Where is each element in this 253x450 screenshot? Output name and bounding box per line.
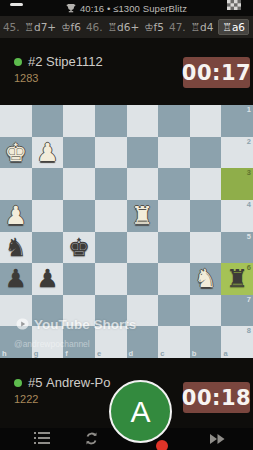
move-token[interactable]: ♔f5 (144, 21, 164, 33)
square-d5[interactable] (127, 232, 159, 264)
square-f4[interactable] (63, 200, 95, 232)
square-f1[interactable] (63, 105, 95, 137)
square-b6[interactable]: ♞ (190, 263, 222, 295)
square-h5[interactable]: ♞ (0, 232, 32, 264)
online-indicator (14, 379, 22, 387)
rank-label: 5 (247, 233, 251, 241)
file-label: b (192, 350, 197, 358)
bottom-player-rating: 1222 (14, 393, 38, 405)
player-seed-and-name: #2 Stipe1112 (28, 54, 103, 69)
square-d4[interactable]: ♜ (127, 200, 159, 232)
white-pawn: ♟ (5, 203, 27, 228)
square-c8[interactable]: c (158, 326, 190, 358)
black-king: ♚ (68, 235, 90, 260)
square-h3[interactable] (0, 168, 32, 200)
square-h6[interactable]: ♟ (0, 263, 32, 295)
square-d1[interactable] (127, 105, 159, 137)
move-token[interactable]: ♖d6+ (108, 21, 140, 33)
square-b2[interactable] (190, 137, 222, 169)
file-label: g (34, 350, 39, 358)
rank-label: 1 (247, 106, 251, 114)
youtube-shorts-icon (16, 316, 29, 332)
square-b7[interactable] (190, 295, 222, 327)
rank-label: 4 (247, 201, 251, 209)
square-e6[interactable] (95, 263, 127, 295)
square-f5[interactable]: ♚ (63, 232, 95, 264)
square-d3[interactable] (127, 168, 159, 200)
square-h1[interactable] (0, 105, 32, 137)
square-g6[interactable]: ♟ (32, 263, 64, 295)
rank-label: 7 (247, 296, 251, 304)
watermark-text: YouTube Shorts (34, 317, 136, 332)
top-player-rating: 1283 (14, 72, 38, 84)
channel-handle: @andrewpochannel (14, 339, 90, 349)
file-label: d (129, 350, 134, 358)
app-screen: 40:16 • ≤1300 SuperBlitz ♖a344.♖d8+♔e745… (0, 0, 253, 450)
fast-forward-icon[interactable] (210, 434, 225, 444)
square-h4[interactable]: ♟ (0, 200, 32, 232)
square-a8[interactable]: 8a (221, 326, 253, 358)
square-b5[interactable] (190, 232, 222, 264)
rank-label: 2 (247, 138, 251, 146)
online-indicator (14, 58, 22, 66)
rank-label: 8 (247, 327, 251, 335)
square-f2[interactable] (63, 137, 95, 169)
square-h2[interactable]: ♚ (0, 137, 32, 169)
bottom-player-name[interactable]: #5 Andrew-Po (14, 375, 110, 390)
square-f3[interactable] (63, 168, 95, 200)
bottom-player-clock: 00:18 (183, 382, 250, 413)
rank-label: 3 (247, 169, 251, 177)
white-knight: ♞ (194, 266, 216, 291)
square-c3[interactable] (158, 168, 190, 200)
player-seed-and-name: #5 Andrew-Po (28, 375, 110, 390)
white-rook: ♜ (131, 203, 153, 228)
flip-board-icon[interactable] (84, 431, 99, 446)
current-move[interactable]: ♖a6 (218, 19, 249, 35)
trophy-icon (66, 3, 76, 13)
square-b3[interactable] (190, 168, 222, 200)
move-list-icon[interactable] (34, 431, 50, 445)
avatar-letter: A (130, 397, 150, 427)
square-c6[interactable] (158, 263, 190, 295)
move-token[interactable]: 45. (3, 21, 20, 33)
top-player-name[interactable]: #2 Stipe1112 (14, 54, 103, 69)
file-label: e (97, 350, 101, 358)
square-a4[interactable]: 4 (221, 200, 253, 232)
square-b8[interactable]: b (190, 326, 222, 358)
square-c5[interactable] (158, 232, 190, 264)
square-g2[interactable]: ♟ (32, 137, 64, 169)
channel-avatar[interactable]: A (109, 380, 172, 443)
square-a1[interactable]: 1 (221, 105, 253, 137)
top-player-clock: 00:17 (183, 57, 250, 88)
square-d2[interactable] (127, 137, 159, 169)
black-pawn: ♟ (5, 266, 27, 291)
square-e2[interactable] (95, 137, 127, 169)
square-g4[interactable] (32, 200, 64, 232)
record-dot-icon (156, 440, 168, 450)
file-label: c (160, 350, 164, 358)
square-a7[interactable]: 7 (221, 295, 253, 327)
file-label: a (223, 350, 227, 358)
black-pawn: ♟ (36, 266, 58, 291)
square-f6[interactable] (63, 263, 95, 295)
square-c4[interactable] (158, 200, 190, 232)
status-bar: 40:16 • ≤1300 SuperBlitz (0, 0, 253, 16)
file-label: h (2, 350, 7, 358)
square-c2[interactable] (158, 137, 190, 169)
mini-board-icon[interactable] (227, 0, 241, 10)
square-d6[interactable] (127, 263, 159, 295)
move-token[interactable]: ♖d4 (191, 21, 214, 33)
black-rook: ♜ (226, 266, 248, 291)
square-a2[interactable]: 2 (221, 137, 253, 169)
tournament-title: 40:16 • ≤1300 SuperBlitz (80, 3, 187, 14)
square-e3[interactable] (95, 168, 127, 200)
square-a6[interactable]: ♜6 (221, 263, 253, 295)
move-token[interactable]: 46. (86, 21, 103, 33)
square-e4[interactable] (95, 200, 127, 232)
square-g5[interactable] (32, 232, 64, 264)
rank-label: 6 (247, 264, 251, 272)
move-token[interactable]: 47. (169, 21, 186, 33)
file-label: f (65, 350, 68, 358)
square-b1[interactable] (190, 105, 222, 137)
square-e1[interactable] (95, 105, 127, 137)
move-token[interactable]: ♔f6 (61, 21, 81, 33)
white-pawn: ♟ (36, 140, 58, 165)
square-g1[interactable] (32, 105, 64, 137)
square-c7[interactable] (158, 295, 190, 327)
black-knight: ♞ (5, 235, 27, 260)
square-g3[interactable] (32, 168, 64, 200)
white-king: ♚ (5, 140, 27, 165)
watermark: YouTube Shorts (16, 316, 136, 332)
square-a3[interactable]: 3 (221, 168, 253, 200)
move-token[interactable]: ♖d7+ (25, 21, 57, 33)
square-b4[interactable] (190, 200, 222, 232)
square-a5[interactable]: 5 (221, 232, 253, 264)
square-c1[interactable] (158, 105, 190, 137)
square-e5[interactable] (95, 232, 127, 264)
move-list[interactable]: ♖a344.♖d8+♔e745.♖d7+♔f646.♖d6+♔f547.♖d4♖… (0, 16, 253, 38)
